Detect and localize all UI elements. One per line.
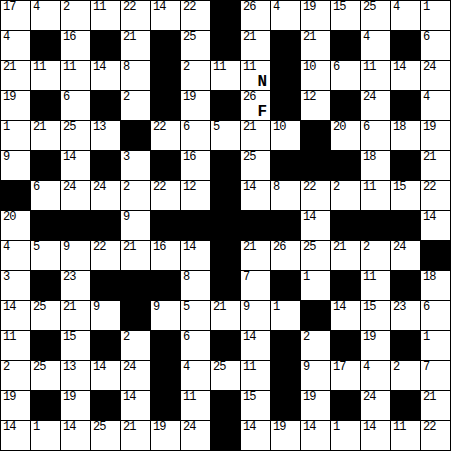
cell-number: 10 xyxy=(303,61,315,74)
letter-cell[interactable]: 8 xyxy=(271,181,300,210)
letter-cell[interactable]: 11 xyxy=(361,181,390,210)
letter-cell[interactable]: 6 xyxy=(61,91,90,120)
letter-cell[interactable]: 4 xyxy=(31,1,60,30)
letter-cell[interactable]: 19 xyxy=(271,421,300,450)
letter-cell[interactable]: 5 xyxy=(211,121,240,150)
block-cell xyxy=(271,91,300,120)
block-cell xyxy=(391,331,420,360)
cell-number: 14 xyxy=(243,421,255,434)
block-cell xyxy=(391,391,420,420)
letter-cell[interactable]: 10 xyxy=(301,61,330,90)
cell-number: 26 xyxy=(243,91,255,104)
letter-cell[interactable]: 14 xyxy=(421,211,450,240)
cell-number: 5 xyxy=(183,301,189,314)
cell-number: 11 xyxy=(243,361,255,374)
letter-cell[interactable]: 14 xyxy=(151,1,180,30)
letter-cell[interactable]: 23 xyxy=(61,271,90,300)
letter-cell[interactable]: 25 xyxy=(31,361,60,390)
letter-cell[interactable]: 19 xyxy=(151,421,180,450)
letter-cell[interactable]: 21 xyxy=(301,31,330,60)
letter-cell[interactable]: 11 xyxy=(361,271,390,300)
block-cell xyxy=(31,331,60,360)
letter-cell[interactable]: 17 xyxy=(1,1,30,30)
letter-cell[interactable]: 22 xyxy=(151,181,180,210)
cell-number: 24 xyxy=(123,361,135,374)
letter-cell[interactable]: 25 xyxy=(301,241,330,270)
block-cell xyxy=(151,331,180,360)
block-cell xyxy=(421,241,450,270)
cell-number: 14 xyxy=(243,181,255,194)
letter-cell[interactable]: 14 xyxy=(241,331,270,360)
cell-number: 11 xyxy=(363,61,375,74)
letter-cell[interactable]: 21 xyxy=(241,31,270,60)
letter-cell[interactable]: 9 xyxy=(91,301,120,330)
letter-cell[interactable]: 9 xyxy=(301,361,330,390)
cell-number: 14 xyxy=(363,421,375,434)
letter-cell[interactable]: 21 xyxy=(241,241,270,270)
cell-number: 12 xyxy=(303,91,315,104)
letter-cell[interactable]: 22 xyxy=(421,421,450,450)
letter-cell[interactable]: 24 xyxy=(61,181,90,210)
cell-number: 9 xyxy=(93,301,99,314)
cell-number: 1 xyxy=(303,271,309,284)
block-cell xyxy=(31,91,60,120)
cell-number: 4 xyxy=(3,241,9,254)
letter-cell[interactable]: 22 xyxy=(151,121,180,150)
cell-number: 13 xyxy=(63,361,75,374)
letter-cell[interactable]: 19 xyxy=(1,391,30,420)
letter-cell[interactable]: 15 xyxy=(391,181,420,210)
letter-cell[interactable]: 3 xyxy=(1,271,30,300)
letter-cell[interactable]: 2 xyxy=(1,361,30,390)
block-cell xyxy=(301,121,330,150)
letter-cell[interactable]: 24 xyxy=(391,241,420,270)
letter-cell[interactable]: 3 xyxy=(121,151,150,180)
cell-number: 13 xyxy=(93,121,105,134)
letter-cell[interactable]: 18 xyxy=(361,151,390,180)
cell-number: 25 xyxy=(243,151,255,164)
letter-cell[interactable]: 20 xyxy=(331,121,360,150)
cell-letter: N xyxy=(257,74,267,90)
letter-cell[interactable]: 9 xyxy=(1,151,30,180)
cell-number: 18 xyxy=(363,151,375,164)
cell-number: 19 xyxy=(273,421,285,434)
cell-number: 24 xyxy=(363,91,375,104)
letter-cell[interactable]: 21 xyxy=(61,301,90,330)
cell-number: 16 xyxy=(153,241,165,254)
letter-cell[interactable]: 24 xyxy=(181,421,210,450)
letter-cell[interactable]: 11 xyxy=(1,331,30,360)
letter-cell[interactable]: 4 xyxy=(361,361,390,390)
cell-number: 22 xyxy=(153,181,165,194)
cell-number: 21 xyxy=(123,31,135,44)
cell-number: 22 xyxy=(303,181,315,194)
cell-number: 4 xyxy=(33,1,39,14)
codeword-board: 1742112214222641915254141621252121462111… xyxy=(0,0,451,451)
letter-cell[interactable]: 14 xyxy=(91,61,120,90)
cell-number: 6 xyxy=(363,121,369,134)
cell-number: 2 xyxy=(303,331,309,344)
cell-number: 11 xyxy=(243,61,255,74)
letter-cell[interactable]: 4 xyxy=(271,1,300,30)
letter-cell[interactable]: 14 xyxy=(61,151,90,180)
letter-cell[interactable]: 21 xyxy=(421,391,450,420)
letter-cell[interactable]: 19 xyxy=(301,1,330,30)
cell-number: 2 xyxy=(123,181,129,194)
block-cell xyxy=(61,211,90,240)
cell-number: 14 xyxy=(243,331,255,344)
block-cell xyxy=(391,151,420,180)
letter-cell[interactable]: 26F xyxy=(241,91,270,120)
codeword-puzzle-page: 1742112214222641915254141621252121462111… xyxy=(0,0,451,451)
cell-number: 15 xyxy=(393,181,405,194)
letter-cell[interactable]: 12 xyxy=(301,91,330,120)
block-cell xyxy=(31,151,60,180)
letter-cell[interactable]: 1 xyxy=(331,421,360,450)
cell-number: 6 xyxy=(333,61,339,74)
letter-cell[interactable]: 19 xyxy=(61,391,90,420)
letter-cell[interactable]: 6 xyxy=(421,301,450,330)
cell-number: 5 xyxy=(33,241,39,254)
cell-number: 21 xyxy=(303,31,315,44)
letter-cell[interactable]: 24 xyxy=(361,391,390,420)
letter-cell[interactable]: 14 xyxy=(241,181,270,210)
letter-cell[interactable]: 9 xyxy=(61,241,90,270)
letter-cell[interactable]: 19 xyxy=(301,391,330,420)
letter-cell[interactable]: 14 xyxy=(301,211,330,240)
letter-cell[interactable]: 21 xyxy=(121,421,150,450)
letter-cell[interactable]: 4 xyxy=(391,1,420,30)
cell-number: 25 xyxy=(183,31,195,44)
letter-cell[interactable]: 15 xyxy=(61,331,90,360)
letter-cell[interactable]: 13 xyxy=(91,121,120,150)
cell-number: 6 xyxy=(423,301,429,314)
cell-number: 22 xyxy=(423,181,435,194)
cell-number: 1 xyxy=(273,301,279,314)
cell-number: 21 xyxy=(63,301,75,314)
letter-cell[interactable]: 2 xyxy=(181,61,210,90)
letter-cell[interactable]: 19 xyxy=(1,91,30,120)
letter-cell[interactable]: 13 xyxy=(61,361,90,390)
letter-cell[interactable]: 14 xyxy=(91,361,120,390)
cell-number: 19 xyxy=(3,91,15,104)
letter-cell[interactable]: 2 xyxy=(61,1,90,30)
letter-cell[interactable]: 8 xyxy=(121,61,150,90)
letter-cell[interactable]: 20 xyxy=(1,211,30,240)
block-cell xyxy=(271,331,300,360)
cell-number: 4 xyxy=(183,361,189,374)
letter-cell[interactable]: 6 xyxy=(421,31,450,60)
letter-cell[interactable]: 11 xyxy=(181,391,210,420)
cell-number: 6 xyxy=(423,31,429,44)
cell-number: 2 xyxy=(393,361,399,374)
letter-cell[interactable]: 9 xyxy=(241,301,270,330)
letter-cell[interactable]: 7 xyxy=(241,271,270,300)
letter-cell[interactable]: 14 xyxy=(61,421,90,450)
letter-cell[interactable]: 16 xyxy=(151,241,180,270)
block-cell xyxy=(151,151,180,180)
letter-cell[interactable]: 22 xyxy=(421,181,450,210)
cell-number: 24 xyxy=(93,181,105,194)
cell-number: 8 xyxy=(123,61,129,74)
cell-number: 18 xyxy=(393,121,405,134)
cell-number: 17 xyxy=(3,1,15,14)
letter-cell[interactable]: 16 xyxy=(181,151,210,180)
letter-cell[interactable]: 11N xyxy=(241,61,270,90)
letter-cell[interactable]: 22 xyxy=(181,1,210,30)
cell-number: 4 xyxy=(273,1,279,14)
cell-number: 6 xyxy=(183,121,189,134)
block-cell xyxy=(391,271,420,300)
letter-cell[interactable]: 14 xyxy=(241,421,270,450)
letter-cell[interactable]: 7 xyxy=(421,361,450,390)
letter-cell[interactable]: 11 xyxy=(61,61,90,90)
cell-number: 9 xyxy=(3,151,9,164)
cell-number: 14 xyxy=(303,421,315,434)
letter-cell[interactable]: 15 xyxy=(241,391,270,420)
letter-cell[interactable]: 21 xyxy=(31,121,60,150)
block-cell xyxy=(121,301,150,330)
cell-number: 25 xyxy=(363,1,375,14)
letter-cell[interactable]: 11 xyxy=(361,61,390,90)
letter-cell[interactable]: 25 xyxy=(361,1,390,30)
block-cell xyxy=(331,31,360,60)
letter-cell[interactable]: 21 xyxy=(121,241,150,270)
cell-number: 5 xyxy=(213,121,219,134)
block-cell xyxy=(151,391,180,420)
letter-cell[interactable]: 15 xyxy=(361,301,390,330)
letter-cell[interactable]: 15 xyxy=(331,1,360,30)
letter-cell[interactable]: 14 xyxy=(1,301,30,330)
letter-cell[interactable]: 25 xyxy=(91,421,120,450)
cell-number: 2 xyxy=(123,91,129,104)
letter-cell[interactable]: 2 xyxy=(331,181,360,210)
block-cell xyxy=(211,211,240,240)
letter-cell[interactable]: 18 xyxy=(421,271,450,300)
cell-number: 21 xyxy=(333,241,345,254)
cell-number: 15 xyxy=(243,391,255,404)
cell-number: 15 xyxy=(363,301,375,314)
letter-cell[interactable]: 4 xyxy=(1,31,30,60)
letter-cell[interactable]: 24 xyxy=(361,91,390,120)
cell-number: 21 xyxy=(423,151,435,164)
cell-number: 18 xyxy=(423,271,435,284)
letter-cell[interactable]: 25 xyxy=(241,151,270,180)
cell-number: 3 xyxy=(123,151,129,164)
letter-cell[interactable]: 14 xyxy=(361,421,390,450)
cell-number: 14 xyxy=(393,61,405,74)
letter-cell[interactable]: 2 xyxy=(121,181,150,210)
letter-cell[interactable]: 6 xyxy=(181,331,210,360)
letter-cell[interactable]: 17 xyxy=(331,361,360,390)
letter-cell[interactable]: 21 xyxy=(1,61,30,90)
cell-number: 19 xyxy=(363,331,375,344)
letter-cell[interactable]: 11 xyxy=(91,1,120,30)
letter-cell[interactable]: 21 xyxy=(331,241,360,270)
block-cell xyxy=(31,211,60,240)
letter-cell[interactable]: 11 xyxy=(31,61,60,90)
cell-number: 1 xyxy=(333,421,339,434)
letter-cell[interactable]: 5 xyxy=(31,241,60,270)
cell-number: 9 xyxy=(243,301,249,314)
letter-cell[interactable]: 21 xyxy=(421,151,450,180)
letter-cell[interactable]: 5 xyxy=(181,301,210,330)
letter-cell[interactable]: 2 xyxy=(391,361,420,390)
cell-number: 24 xyxy=(363,391,375,404)
cell-number: 11 xyxy=(393,421,405,434)
cell-number: 6 xyxy=(63,91,69,104)
letter-cell[interactable]: 26 xyxy=(271,241,300,270)
letter-cell[interactable]: 9 xyxy=(121,211,150,240)
cell-number: 14 xyxy=(93,361,105,374)
letter-cell[interactable]: 1 xyxy=(301,271,330,300)
cell-number: 19 xyxy=(153,421,165,434)
letter-cell[interactable]: 1 xyxy=(1,121,30,150)
letter-cell[interactable]: 25 xyxy=(31,301,60,330)
block-cell xyxy=(121,271,150,300)
cell-number: 4 xyxy=(3,31,9,44)
letter-cell[interactable]: 21 xyxy=(211,301,240,330)
cell-number: 11 xyxy=(3,331,15,344)
block-cell xyxy=(301,151,330,180)
letter-cell[interactable]: 18 xyxy=(391,121,420,150)
cell-number: 14 xyxy=(3,421,15,434)
letter-cell[interactable]: 22 xyxy=(121,1,150,30)
cell-number: 7 xyxy=(243,271,249,284)
cell-number: 23 xyxy=(393,301,405,314)
letter-cell[interactable]: 8 xyxy=(181,271,210,300)
letter-cell[interactable]: 2 xyxy=(361,241,390,270)
block-cell xyxy=(301,301,330,330)
block-cell xyxy=(151,271,180,300)
letter-cell[interactable]: 23 xyxy=(391,301,420,330)
letter-cell[interactable]: 24 xyxy=(421,61,450,90)
letter-cell[interactable]: 4 xyxy=(181,361,210,390)
letter-cell[interactable]: 1 xyxy=(31,421,60,450)
letter-cell[interactable]: 1 xyxy=(421,331,450,360)
cell-number: 25 xyxy=(303,241,315,254)
letter-cell[interactable]: 22 xyxy=(301,181,330,210)
letter-cell[interactable]: 11 xyxy=(211,61,240,90)
letter-cell[interactable]: 25 xyxy=(61,121,90,150)
block-cell xyxy=(211,421,240,450)
block-cell xyxy=(271,61,300,90)
letter-cell[interactable]: 6 xyxy=(31,181,60,210)
letter-cell[interactable]: 11 xyxy=(391,421,420,450)
cell-number: 2 xyxy=(333,181,339,194)
cell-number: 25 xyxy=(63,121,75,134)
letter-cell[interactable]: 22 xyxy=(91,241,120,270)
letter-cell[interactable]: 14 xyxy=(181,241,210,270)
letter-cell[interactable]: 6 xyxy=(331,61,360,90)
cell-number: 9 xyxy=(303,361,309,374)
cell-number: 14 xyxy=(153,1,165,14)
letter-cell[interactable]: 9 xyxy=(151,301,180,330)
cell-number: 21 xyxy=(213,301,225,314)
letter-cell[interactable]: 24 xyxy=(121,361,150,390)
letter-cell[interactable]: 6 xyxy=(181,121,210,150)
letter-cell[interactable]: 24 xyxy=(91,181,120,210)
block-cell xyxy=(181,211,210,240)
cell-number: 16 xyxy=(183,151,195,164)
cell-number: 14 xyxy=(63,151,75,164)
cell-number: 25 xyxy=(33,361,45,374)
letter-cell[interactable]: 2 xyxy=(121,91,150,120)
block-cell xyxy=(361,211,390,240)
block-cell xyxy=(391,31,420,60)
block-cell xyxy=(391,91,420,120)
letter-cell[interactable]: 4 xyxy=(361,31,390,60)
letter-cell[interactable]: 19 xyxy=(421,121,450,150)
block-cell xyxy=(271,361,300,390)
letter-cell[interactable]: 14 xyxy=(1,421,30,450)
letter-cell[interactable]: 10 xyxy=(271,121,300,150)
cell-number: 21 xyxy=(243,121,255,134)
letter-cell[interactable]: 25 xyxy=(181,31,210,60)
letter-cell[interactable]: 26 xyxy=(241,1,270,30)
letter-cell[interactable]: 21 xyxy=(241,121,270,150)
block-cell xyxy=(331,271,360,300)
block-cell xyxy=(91,331,120,360)
letter-cell[interactable]: 19 xyxy=(181,91,210,120)
block-cell xyxy=(271,31,300,60)
letter-cell[interactable]: 2 xyxy=(121,331,150,360)
letter-cell[interactable]: 19 xyxy=(361,331,390,360)
cell-number: 22 xyxy=(183,1,195,14)
letter-cell[interactable]: 4 xyxy=(421,91,450,120)
cell-number: 24 xyxy=(423,61,435,74)
cell-number: 26 xyxy=(273,241,285,254)
block-cell xyxy=(91,31,120,60)
block-cell xyxy=(271,151,300,180)
cell-number: 4 xyxy=(363,31,369,44)
cell-number: 10 xyxy=(273,121,285,134)
letter-cell[interactable]: 14 xyxy=(391,61,420,90)
letter-cell[interactable]: 14 xyxy=(301,421,330,450)
letter-cell[interactable]: 6 xyxy=(361,121,390,150)
cell-number: 9 xyxy=(63,241,69,254)
cell-number: 21 xyxy=(123,241,135,254)
cell-number: 9 xyxy=(153,301,159,314)
cell-number: 21 xyxy=(243,31,255,44)
cell-number: 24 xyxy=(63,181,75,194)
cell-number: 14 xyxy=(423,211,435,224)
cell-number: 11 xyxy=(363,181,375,194)
block-cell xyxy=(91,391,120,420)
letter-cell[interactable]: 11 xyxy=(241,361,270,390)
block-cell xyxy=(271,271,300,300)
letter-cell[interactable]: 16 xyxy=(61,31,90,60)
cell-number: 1 xyxy=(423,1,429,14)
letter-cell[interactable]: 1 xyxy=(271,301,300,330)
cell-number: 14 xyxy=(63,421,75,434)
letter-cell[interactable]: 21 xyxy=(121,31,150,60)
cell-number: 19 xyxy=(183,91,195,104)
cell-number: 12 xyxy=(183,181,195,194)
letter-cell[interactable]: 1 xyxy=(421,1,450,30)
block-cell xyxy=(211,1,240,30)
letter-cell[interactable]: 2 xyxy=(301,331,330,360)
letter-cell[interactable]: 25 xyxy=(211,361,240,390)
cell-number: 19 xyxy=(3,391,15,404)
letter-cell[interactable]: 14 xyxy=(331,301,360,330)
block-cell xyxy=(31,391,60,420)
letter-cell[interactable]: 12 xyxy=(181,181,210,210)
cell-number: 21 xyxy=(33,121,45,134)
cell-number: 11 xyxy=(63,61,75,74)
letter-cell[interactable]: 14 xyxy=(121,391,150,420)
letter-cell[interactable]: 4 xyxy=(1,241,30,270)
